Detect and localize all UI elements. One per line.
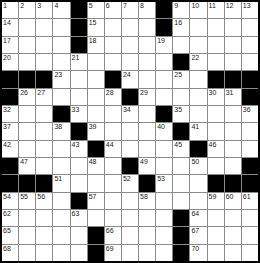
cell-r12c3[interactable]: 56 bbox=[36, 193, 52, 209]
cell-r15c10[interactable] bbox=[156, 245, 172, 261]
clue-number-61: 61 bbox=[243, 193, 251, 201]
clue-number-13: 13 bbox=[243, 2, 251, 10]
cell-r6c5[interactable] bbox=[71, 89, 87, 105]
cell-r10c3[interactable] bbox=[36, 158, 52, 174]
clue-number-4: 4 bbox=[54, 2, 58, 10]
clue-number-45: 45 bbox=[174, 141, 182, 149]
clue-number-6: 6 bbox=[106, 2, 110, 10]
cell-r10c2[interactable]: 47 bbox=[19, 158, 35, 174]
clue-number-25: 25 bbox=[174, 71, 182, 79]
cell-r15c7[interactable]: 69 bbox=[105, 245, 121, 261]
block-r5c7 bbox=[105, 71, 121, 87]
cell-r4c15[interactable] bbox=[242, 54, 258, 70]
block-r10c15 bbox=[242, 158, 258, 174]
block-r1c10 bbox=[156, 2, 172, 18]
cell-r1c13[interactable]: 11 bbox=[208, 2, 224, 18]
clue-number-51: 51 bbox=[54, 175, 62, 183]
cell-r12c13[interactable]: 59 bbox=[208, 193, 224, 209]
clue-number-2: 2 bbox=[20, 2, 24, 10]
cell-r5c12[interactable] bbox=[190, 71, 206, 87]
cell-r13c3[interactable] bbox=[36, 210, 52, 226]
cell-r6c13[interactable]: 30 bbox=[208, 89, 224, 105]
cell-r3c15[interactable] bbox=[242, 37, 258, 53]
cell-r3c3[interactable] bbox=[36, 37, 52, 53]
cell-r8c9[interactable] bbox=[139, 123, 155, 139]
block-r5c13 bbox=[208, 71, 224, 87]
block-r5c15 bbox=[242, 71, 258, 87]
block-r11c13 bbox=[208, 175, 224, 191]
cell-r15c12[interactable]: 70 bbox=[190, 245, 206, 261]
cell-r1c7[interactable]: 6 bbox=[105, 2, 121, 18]
clue-number-68: 68 bbox=[3, 245, 11, 253]
block-r11c2 bbox=[19, 175, 35, 191]
cell-r2c13[interactable] bbox=[208, 19, 224, 35]
cell-r11c10[interactable]: 53 bbox=[156, 175, 172, 191]
cell-r8c4[interactable]: 38 bbox=[53, 123, 69, 139]
clue-number-17: 17 bbox=[3, 37, 11, 45]
cell-r8c6[interactable]: 39 bbox=[88, 123, 104, 139]
cell-r12c10[interactable] bbox=[156, 193, 172, 209]
cell-r14c4[interactable] bbox=[53, 227, 69, 243]
cell-r14c13[interactable] bbox=[208, 227, 224, 243]
clue-number-37: 37 bbox=[3, 123, 11, 131]
block-r5c14 bbox=[225, 71, 241, 87]
cell-r8c10[interactable]: 40 bbox=[156, 123, 172, 139]
cell-r3c2[interactable] bbox=[19, 37, 35, 53]
block-r9c12 bbox=[190, 141, 206, 157]
cell-r7c9[interactable] bbox=[139, 106, 155, 122]
clue-number-1: 1 bbox=[3, 2, 7, 10]
cell-r14c5[interactable] bbox=[71, 227, 87, 243]
block-r12c5 bbox=[71, 193, 87, 209]
cell-r7c7[interactable] bbox=[105, 106, 121, 122]
clue-number-56: 56 bbox=[37, 193, 45, 201]
cell-r1c3[interactable]: 3 bbox=[36, 2, 52, 18]
clue-number-39: 39 bbox=[89, 123, 97, 131]
clue-number-12: 12 bbox=[226, 2, 234, 10]
cell-r9c8[interactable] bbox=[122, 141, 138, 157]
clue-number-57: 57 bbox=[89, 193, 97, 201]
cell-r4c12[interactable]: 22 bbox=[190, 54, 206, 70]
cell-r15c2[interactable] bbox=[19, 245, 35, 261]
cell-r2c14[interactable] bbox=[225, 19, 241, 35]
clue-number-70: 70 bbox=[191, 245, 199, 253]
clue-number-33: 33 bbox=[72, 106, 80, 114]
block-r13c11 bbox=[173, 210, 189, 226]
cell-r4c2[interactable] bbox=[19, 54, 35, 70]
cell-r10c13[interactable] bbox=[208, 158, 224, 174]
block-r6c15 bbox=[242, 89, 258, 105]
cell-r13c12[interactable]: 64 bbox=[190, 210, 206, 226]
cell-r13c4[interactable] bbox=[53, 210, 69, 226]
cell-r3c14[interactable] bbox=[225, 37, 241, 53]
cell-r10c9[interactable]: 49 bbox=[139, 158, 155, 174]
clue-number-11: 11 bbox=[209, 2, 216, 10]
cell-r2c15[interactable] bbox=[242, 19, 258, 35]
clue-number-15: 15 bbox=[89, 19, 97, 27]
cell-r13c14[interactable] bbox=[225, 210, 241, 226]
block-r3c5 bbox=[71, 37, 87, 53]
cell-r13c9[interactable] bbox=[139, 210, 155, 226]
clue-number-48: 48 bbox=[89, 158, 97, 166]
cell-r6c4[interactable] bbox=[53, 89, 69, 105]
cell-r8c2[interactable] bbox=[19, 123, 35, 139]
clue-number-32: 32 bbox=[3, 106, 11, 114]
cell-r1c1[interactable]: 1 bbox=[2, 2, 18, 18]
cell-r5c10[interactable] bbox=[156, 71, 172, 87]
cell-r15c4[interactable] bbox=[53, 245, 69, 261]
cell-r11c6[interactable] bbox=[88, 175, 104, 191]
cell-r1c2[interactable]: 2 bbox=[19, 2, 35, 18]
cell-r4c8[interactable] bbox=[122, 54, 138, 70]
cell-r14c14[interactable] bbox=[225, 227, 241, 243]
cell-r7c5[interactable]: 33 bbox=[71, 106, 87, 122]
block-r4c11 bbox=[173, 54, 189, 70]
cell-r5c4[interactable]: 23 bbox=[53, 71, 69, 87]
cell-r10c11[interactable] bbox=[173, 158, 189, 174]
cell-r3c13[interactable] bbox=[208, 37, 224, 53]
cell-r6c10[interactable] bbox=[156, 89, 172, 105]
cell-r7c15[interactable]: 36 bbox=[242, 106, 258, 122]
cell-r9c13[interactable]: 46 bbox=[208, 141, 224, 157]
cell-r13c7[interactable] bbox=[105, 210, 121, 226]
clue-number-14: 14 bbox=[3, 19, 11, 27]
cell-r12c1[interactable]: 54 bbox=[2, 193, 18, 209]
cell-r12c6[interactable]: 57 bbox=[88, 193, 104, 209]
cell-r4c5[interactable]: 21 bbox=[71, 54, 87, 70]
cell-r2c6[interactable]: 15 bbox=[88, 19, 104, 35]
cell-r15c9[interactable] bbox=[139, 245, 155, 261]
cell-r1c11[interactable]: 9 bbox=[173, 2, 189, 18]
clue-number-66: 66 bbox=[106, 227, 114, 235]
cell-r11c11[interactable] bbox=[173, 175, 189, 191]
cell-r12c4[interactable] bbox=[53, 193, 69, 209]
cell-r12c8[interactable] bbox=[122, 193, 138, 209]
block-r15c11 bbox=[173, 245, 189, 261]
cell-r6c2[interactable]: 26 bbox=[19, 89, 35, 105]
clue-number-24: 24 bbox=[123, 71, 131, 79]
cell-r15c13[interactable] bbox=[208, 245, 224, 261]
cell-r1c14[interactable]: 12 bbox=[225, 2, 241, 18]
clue-number-47: 47 bbox=[20, 158, 28, 166]
cell-r8c1[interactable]: 37 bbox=[2, 123, 18, 139]
cell-r9c2[interactable] bbox=[19, 141, 35, 157]
cell-r8c13[interactable] bbox=[208, 123, 224, 139]
cell-r2c3[interactable] bbox=[36, 19, 52, 35]
cell-r8c3[interactable] bbox=[36, 123, 52, 139]
cell-r3c8[interactable] bbox=[122, 37, 138, 53]
cell-r3c9[interactable] bbox=[139, 37, 155, 53]
cell-r13c15[interactable] bbox=[242, 210, 258, 226]
cell-r14c3[interactable] bbox=[36, 227, 52, 243]
cell-r6c12[interactable] bbox=[190, 89, 206, 105]
cell-r11c12[interactable] bbox=[190, 175, 206, 191]
clue-number-23: 23 bbox=[54, 71, 62, 79]
cell-r4c4[interactable] bbox=[53, 54, 69, 70]
cell-r2c1[interactable]: 14 bbox=[2, 19, 18, 35]
cell-r9c1[interactable]: 42 bbox=[2, 141, 18, 157]
cell-r6c14[interactable]: 31 bbox=[225, 89, 241, 105]
clue-number-5: 5 bbox=[89, 2, 93, 10]
cell-r15c15[interactable] bbox=[242, 245, 258, 261]
cell-r13c10[interactable] bbox=[156, 210, 172, 226]
cell-r6c3[interactable]: 27 bbox=[36, 89, 52, 105]
clue-number-42: 42 bbox=[3, 141, 11, 149]
cell-r10c10[interactable] bbox=[156, 158, 172, 174]
cell-r10c7[interactable] bbox=[105, 158, 121, 174]
block-r6c1 bbox=[2, 89, 18, 105]
block-r11c3 bbox=[36, 175, 52, 191]
clue-number-50: 50 bbox=[191, 158, 199, 166]
cell-r2c4[interactable] bbox=[53, 19, 69, 35]
cell-r12c9[interactable]: 58 bbox=[139, 193, 155, 209]
clue-number-7: 7 bbox=[123, 2, 127, 10]
clue-number-49: 49 bbox=[140, 158, 148, 166]
cell-r3c1[interactable]: 17 bbox=[2, 37, 18, 53]
cell-r8c12[interactable]: 41 bbox=[190, 123, 206, 139]
clue-number-27: 27 bbox=[37, 89, 45, 97]
cell-r5c8[interactable]: 24 bbox=[122, 71, 138, 87]
cell-r14c10[interactable] bbox=[156, 227, 172, 243]
clue-number-43: 43 bbox=[72, 141, 80, 149]
cell-r9c5[interactable]: 43 bbox=[71, 141, 87, 157]
cell-r4c14[interactable] bbox=[225, 54, 241, 70]
block-r1c5 bbox=[71, 2, 87, 18]
block-r14c11 bbox=[173, 227, 189, 243]
cell-r1c4[interactable]: 4 bbox=[53, 2, 69, 18]
cell-r4c9[interactable] bbox=[139, 54, 155, 70]
cell-r3c4[interactable] bbox=[53, 37, 69, 53]
cell-r6c6[interactable] bbox=[88, 89, 104, 105]
cell-r10c4[interactable] bbox=[53, 158, 69, 174]
cell-r1c6[interactable]: 5 bbox=[88, 2, 104, 18]
clue-number-16: 16 bbox=[174, 19, 182, 27]
cell-r2c11[interactable]: 16 bbox=[173, 19, 189, 35]
block-r7c4 bbox=[53, 106, 69, 122]
cell-r13c13[interactable] bbox=[208, 210, 224, 226]
cell-r3c10[interactable]: 19 bbox=[156, 37, 172, 53]
clue-number-8: 8 bbox=[140, 2, 144, 10]
block-r9c6 bbox=[88, 141, 104, 157]
cell-r15c8[interactable] bbox=[122, 245, 138, 261]
clue-number-29: 29 bbox=[140, 89, 148, 97]
cell-r4c13[interactable] bbox=[208, 54, 224, 70]
cell-r11c7[interactable] bbox=[105, 175, 121, 191]
cell-r12c2[interactable]: 55 bbox=[19, 193, 35, 209]
cell-r7c1[interactable]: 32 bbox=[2, 106, 18, 122]
cell-r6c7[interactable]: 28 bbox=[105, 89, 121, 105]
cell-r13c1[interactable]: 62 bbox=[2, 210, 18, 226]
cell-r4c3[interactable] bbox=[36, 54, 52, 70]
clue-number-21: 21 bbox=[72, 54, 80, 62]
block-r11c1 bbox=[2, 175, 18, 191]
clue-number-22: 22 bbox=[191, 54, 199, 62]
block-r11c9 bbox=[139, 175, 155, 191]
cell-r2c2[interactable] bbox=[19, 19, 35, 35]
cell-r8c15[interactable] bbox=[242, 123, 258, 139]
clue-number-31: 31 bbox=[226, 89, 234, 97]
cell-r15c3[interactable] bbox=[36, 245, 52, 261]
cell-r4c6[interactable] bbox=[88, 54, 104, 70]
clue-number-34: 34 bbox=[123, 106, 131, 114]
cell-r14c1[interactable]: 65 bbox=[2, 227, 18, 243]
clue-number-38: 38 bbox=[54, 123, 62, 131]
cell-r7c8[interactable]: 34 bbox=[122, 106, 138, 122]
cell-r10c6[interactable]: 48 bbox=[88, 158, 104, 174]
cell-r9c15[interactable] bbox=[242, 141, 258, 157]
block-r5c3 bbox=[36, 71, 52, 87]
cell-r5c9[interactable] bbox=[139, 71, 155, 87]
cell-r13c6[interactable] bbox=[88, 210, 104, 226]
cell-r3c7[interactable] bbox=[105, 37, 121, 53]
block-r8c5 bbox=[71, 123, 87, 139]
cell-r11c8[interactable]: 52 bbox=[122, 175, 138, 191]
cell-r14c2[interactable] bbox=[19, 227, 35, 243]
cell-r12c7[interactable] bbox=[105, 193, 121, 209]
cell-r9c14[interactable] bbox=[225, 141, 241, 157]
clue-number-28: 28 bbox=[106, 89, 114, 97]
cell-r4c7[interactable] bbox=[105, 54, 121, 70]
clue-number-20: 20 bbox=[3, 54, 11, 62]
cell-r3c11[interactable] bbox=[173, 37, 189, 53]
cell-r5c11[interactable]: 25 bbox=[173, 71, 189, 87]
clue-number-44: 44 bbox=[106, 141, 114, 149]
clue-number-54: 54 bbox=[3, 193, 11, 201]
cell-r3c6[interactable]: 18 bbox=[88, 37, 104, 53]
cell-r9c3[interactable] bbox=[36, 141, 52, 157]
block-r7c10 bbox=[156, 106, 172, 122]
clue-number-52: 52 bbox=[123, 175, 131, 183]
block-r2c5 bbox=[71, 19, 87, 35]
cell-r13c8[interactable] bbox=[122, 210, 138, 226]
cell-r8c7[interactable] bbox=[105, 123, 121, 139]
crossword-grid: 1234567891011121314151617181920212223242… bbox=[0, 0, 260, 263]
block-r11c14 bbox=[225, 175, 241, 191]
cell-r7c2[interactable] bbox=[19, 106, 35, 122]
cell-r3c12[interactable] bbox=[190, 37, 206, 53]
cell-r10c14[interactable] bbox=[225, 158, 241, 174]
clue-number-40: 40 bbox=[157, 123, 165, 131]
block-r10c1 bbox=[2, 158, 18, 174]
cell-r6c11[interactable] bbox=[173, 89, 189, 105]
cell-r12c12[interactable] bbox=[190, 193, 206, 209]
cell-r9c11[interactable]: 45 bbox=[173, 141, 189, 157]
clue-number-36: 36 bbox=[243, 106, 251, 114]
cell-r12c15[interactable]: 61 bbox=[242, 193, 258, 209]
cell-r11c4[interactable]: 51 bbox=[53, 175, 69, 191]
cell-r5c6[interactable] bbox=[88, 71, 104, 87]
cell-r10c12[interactable]: 50 bbox=[190, 158, 206, 174]
block-r5c2 bbox=[19, 71, 35, 87]
cell-r11c5[interactable] bbox=[71, 175, 87, 191]
clue-number-30: 30 bbox=[209, 89, 217, 97]
clue-number-3: 3 bbox=[37, 2, 41, 10]
clue-number-41: 41 bbox=[191, 123, 199, 131]
cell-r1c12[interactable]: 10 bbox=[190, 2, 206, 18]
cell-r1c9[interactable]: 8 bbox=[139, 2, 155, 18]
cell-r2c9[interactable] bbox=[139, 19, 155, 35]
block-r10c8 bbox=[122, 158, 138, 174]
cell-r8c8[interactable] bbox=[122, 123, 138, 139]
clue-number-55: 55 bbox=[20, 193, 28, 201]
cell-r12c11[interactable] bbox=[173, 193, 189, 209]
clue-number-60: 60 bbox=[226, 193, 234, 201]
clue-number-65: 65 bbox=[3, 227, 11, 235]
clue-number-9: 9 bbox=[174, 2, 178, 10]
cell-r6c9[interactable]: 29 bbox=[139, 89, 155, 105]
cell-r14c8[interactable] bbox=[122, 227, 138, 243]
cell-r15c14[interactable] bbox=[225, 245, 241, 261]
block-r5c1 bbox=[2, 71, 18, 87]
cell-r15c5[interactable] bbox=[71, 245, 87, 261]
cell-r2c8[interactable] bbox=[122, 19, 138, 35]
clue-number-67: 67 bbox=[191, 227, 199, 235]
clue-number-10: 10 bbox=[191, 2, 199, 10]
cell-r14c9[interactable] bbox=[139, 227, 155, 243]
cell-r9c9[interactable] bbox=[139, 141, 155, 157]
clue-number-53: 53 bbox=[157, 175, 165, 183]
cell-r2c12[interactable] bbox=[190, 19, 206, 35]
block-r15c6 bbox=[88, 245, 104, 261]
cell-r4c1[interactable]: 20 bbox=[2, 54, 18, 70]
clue-number-63: 63 bbox=[72, 210, 80, 218]
cell-r7c12[interactable] bbox=[190, 106, 206, 122]
cell-r14c15[interactable] bbox=[242, 227, 258, 243]
clue-number-69: 69 bbox=[106, 245, 114, 253]
cell-r4c10[interactable] bbox=[156, 54, 172, 70]
cell-r1c15[interactable]: 13 bbox=[242, 2, 258, 18]
cell-r5c5[interactable] bbox=[71, 71, 87, 87]
cell-r13c5[interactable]: 63 bbox=[71, 210, 87, 226]
cell-r1c8[interactable]: 7 bbox=[122, 2, 138, 18]
clue-number-59: 59 bbox=[209, 193, 217, 201]
block-r8c11 bbox=[173, 123, 189, 139]
clue-number-62: 62 bbox=[3, 210, 11, 218]
clue-number-26: 26 bbox=[20, 89, 28, 97]
clue-number-46: 46 bbox=[209, 141, 217, 149]
cell-r7c13[interactable] bbox=[208, 106, 224, 122]
cell-r9c10[interactable] bbox=[156, 141, 172, 157]
clue-number-58: 58 bbox=[140, 193, 148, 201]
cell-r14c7[interactable]: 66 bbox=[105, 227, 121, 243]
cell-r8c14[interactable] bbox=[225, 123, 241, 139]
clue-number-19: 19 bbox=[157, 37, 165, 45]
clue-number-35: 35 bbox=[174, 106, 182, 114]
cell-r2c7[interactable] bbox=[105, 19, 121, 35]
cell-r14c12[interactable]: 67 bbox=[190, 227, 206, 243]
cell-r7c11[interactable]: 35 bbox=[173, 106, 189, 122]
block-r11c15 bbox=[242, 175, 258, 191]
cell-r7c14[interactable] bbox=[225, 106, 241, 122]
cell-r9c4[interactable] bbox=[53, 141, 69, 157]
cell-r7c6[interactable] bbox=[88, 106, 104, 122]
cell-r13c2[interactable] bbox=[19, 210, 35, 226]
clue-number-64: 64 bbox=[191, 210, 199, 218]
cell-r15c1[interactable]: 68 bbox=[2, 245, 18, 261]
block-r2c10 bbox=[156, 19, 172, 35]
cell-r7c3[interactable] bbox=[36, 106, 52, 122]
block-r6c8 bbox=[122, 89, 138, 105]
clue-number-18: 18 bbox=[89, 37, 97, 45]
cell-r12c14[interactable]: 60 bbox=[225, 193, 241, 209]
cell-r9c7[interactable]: 44 bbox=[105, 141, 121, 157]
block-r14c6 bbox=[88, 227, 104, 243]
cell-r10c5[interactable] bbox=[71, 158, 87, 174]
